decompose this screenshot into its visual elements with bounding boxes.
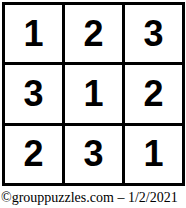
cell-r2c3: 2 [125, 65, 182, 122]
cell-r1c1: 1 [5, 5, 62, 62]
cell-r3c2: 3 [65, 126, 122, 183]
cell-r2c1: 3 [5, 65, 62, 122]
puzzle-page: 1 2 3 3 1 2 2 3 1 ©grouppuzzles.com – 1/… [0, 0, 186, 208]
cell-r1c2: 2 [65, 5, 122, 62]
cell-r3c3: 1 [125, 126, 182, 183]
copyright-caption: ©grouppuzzles.com – 1/2/2021 [1, 190, 185, 206]
puzzle-board: 1 2 3 3 1 2 2 3 1 [2, 2, 185, 186]
cell-r2c2: 1 [65, 65, 122, 122]
cell-r3c1: 2 [5, 126, 62, 183]
cell-r1c3: 3 [125, 5, 182, 62]
